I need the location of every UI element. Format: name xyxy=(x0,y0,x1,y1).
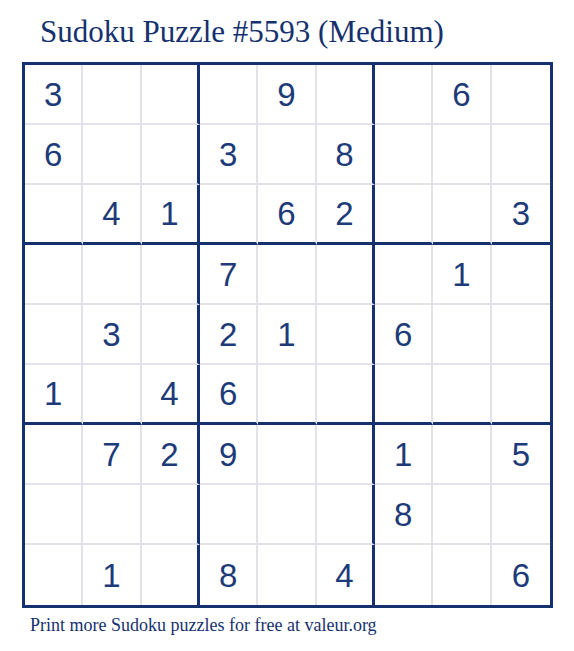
sudoku-cell: 1 xyxy=(433,245,491,305)
sudoku-cell: 6 xyxy=(258,185,316,245)
sudoku-cell xyxy=(83,245,141,305)
sudoku-cell xyxy=(142,125,200,185)
sudoku-cell: 7 xyxy=(83,425,141,485)
sudoku-cell: 2 xyxy=(317,185,375,245)
sudoku-cell: 9 xyxy=(200,425,258,485)
sudoku-cell: 1 xyxy=(25,365,83,425)
sudoku-cell xyxy=(25,545,83,605)
sudoku-grid: 396638416237132161467291581846 xyxy=(22,62,553,608)
sudoku-cell xyxy=(25,425,83,485)
sudoku-cell: 1 xyxy=(375,425,433,485)
sudoku-cell: 1 xyxy=(83,545,141,605)
sudoku-cell: 3 xyxy=(25,65,83,125)
sudoku-cell: 2 xyxy=(142,425,200,485)
sudoku-cell xyxy=(200,65,258,125)
sudoku-cell xyxy=(492,365,550,425)
sudoku-cell xyxy=(492,485,550,545)
sudoku-cell xyxy=(83,65,141,125)
sudoku-cell xyxy=(142,245,200,305)
sudoku-cell: 4 xyxy=(317,545,375,605)
sudoku-cell xyxy=(375,245,433,305)
sudoku-cell: 9 xyxy=(258,65,316,125)
sudoku-cell xyxy=(433,365,491,425)
sudoku-cell xyxy=(433,125,491,185)
sudoku-cell xyxy=(200,485,258,545)
sudoku-cell xyxy=(492,305,550,365)
sudoku-cell xyxy=(83,485,141,545)
sudoku-cell xyxy=(142,545,200,605)
sudoku-cell: 8 xyxy=(200,545,258,605)
sudoku-cell: 8 xyxy=(375,485,433,545)
sudoku-cell xyxy=(433,485,491,545)
sudoku-cell xyxy=(375,185,433,245)
page: Sudoku Puzzle #5593 (Medium) 39663841623… xyxy=(0,0,574,651)
sudoku-cell: 4 xyxy=(142,365,200,425)
sudoku-cell xyxy=(142,305,200,365)
sudoku-cell xyxy=(317,65,375,125)
sudoku-cell xyxy=(433,425,491,485)
sudoku-cell xyxy=(25,185,83,245)
sudoku-cell: 6 xyxy=(25,125,83,185)
sudoku-cell xyxy=(200,185,258,245)
sudoku-cell: 7 xyxy=(200,245,258,305)
sudoku-cell: 6 xyxy=(433,65,491,125)
sudoku-cell xyxy=(375,125,433,185)
sudoku-cell xyxy=(83,125,141,185)
sudoku-cell: 6 xyxy=(375,305,433,365)
sudoku-cell xyxy=(375,65,433,125)
sudoku-cell xyxy=(258,245,316,305)
sudoku-cell xyxy=(433,545,491,605)
sudoku-cell xyxy=(142,65,200,125)
sudoku-cell xyxy=(317,425,375,485)
sudoku-cell: 6 xyxy=(492,545,550,605)
sudoku-cell xyxy=(375,365,433,425)
sudoku-cell xyxy=(317,365,375,425)
page-title: Sudoku Puzzle #5593 (Medium) xyxy=(40,14,444,50)
sudoku-cell: 6 xyxy=(200,365,258,425)
sudoku-cell xyxy=(25,305,83,365)
sudoku-cell xyxy=(317,245,375,305)
sudoku-cell xyxy=(375,545,433,605)
sudoku-cell: 2 xyxy=(200,305,258,365)
sudoku-cell: 3 xyxy=(83,305,141,365)
sudoku-cell xyxy=(492,245,550,305)
sudoku-cell xyxy=(258,485,316,545)
sudoku-cell: 1 xyxy=(142,185,200,245)
sudoku-cell xyxy=(433,305,491,365)
sudoku-cell: 1 xyxy=(258,305,316,365)
sudoku-cell: 3 xyxy=(492,185,550,245)
sudoku-cell: 8 xyxy=(317,125,375,185)
sudoku-cell xyxy=(492,125,550,185)
sudoku-cell xyxy=(142,485,200,545)
sudoku-cell: 3 xyxy=(200,125,258,185)
sudoku-cell xyxy=(258,125,316,185)
sudoku-cell xyxy=(258,425,316,485)
sudoku-cell xyxy=(25,245,83,305)
sudoku-cell xyxy=(258,545,316,605)
sudoku-cell: 5 xyxy=(492,425,550,485)
sudoku-cell xyxy=(83,365,141,425)
sudoku-cell xyxy=(258,365,316,425)
sudoku-cell xyxy=(492,65,550,125)
sudoku-cell xyxy=(25,485,83,545)
footer-text: Print more Sudoku puzzles for free at va… xyxy=(30,615,377,636)
sudoku-cell xyxy=(433,185,491,245)
sudoku-cell: 4 xyxy=(83,185,141,245)
sudoku-cell xyxy=(317,305,375,365)
sudoku-cell xyxy=(317,485,375,545)
